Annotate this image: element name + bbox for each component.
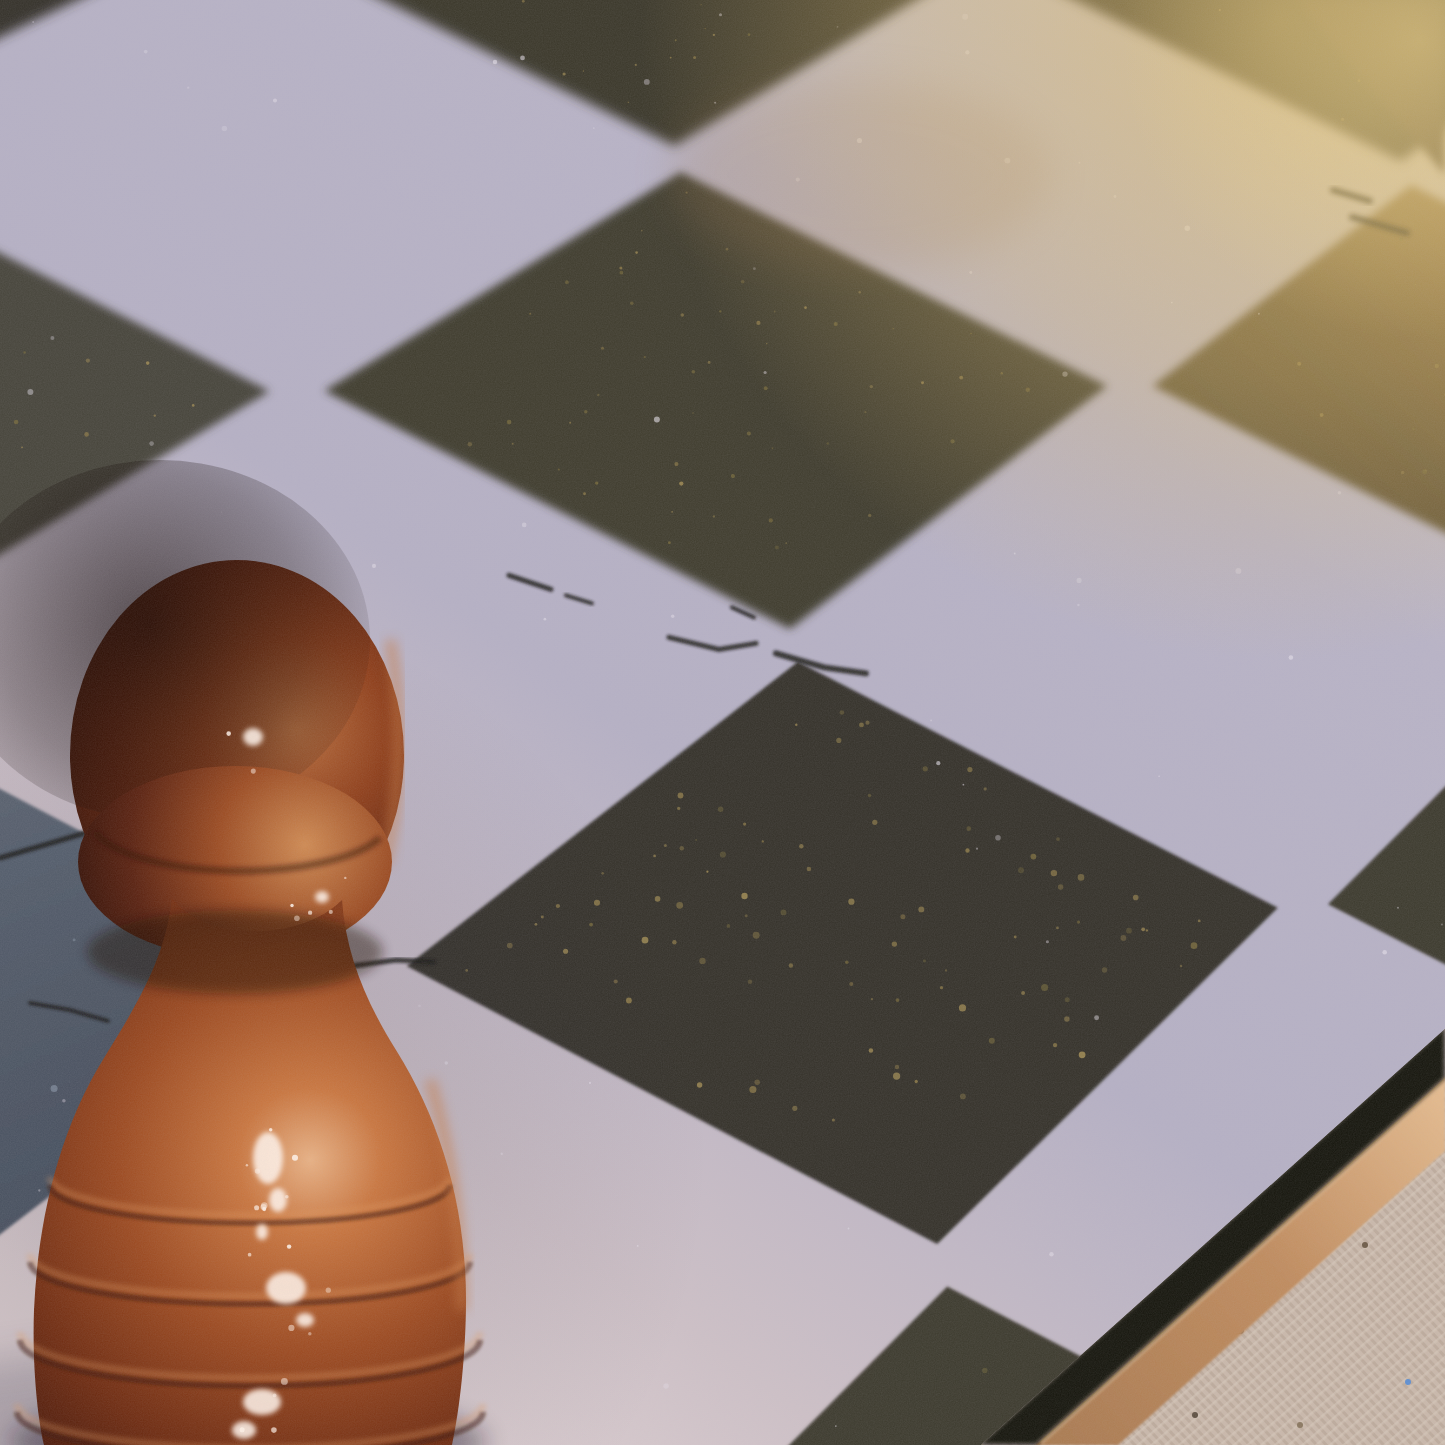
chessboard-photo-scene: black pawn – glossy dark-stained wood bbox=[0, 0, 1445, 1445]
board-photo-svg: black pawn – glossy dark-stained wood bbox=[0, 0, 1445, 1445]
film-grain-overlay bbox=[0, 0, 1445, 1445]
